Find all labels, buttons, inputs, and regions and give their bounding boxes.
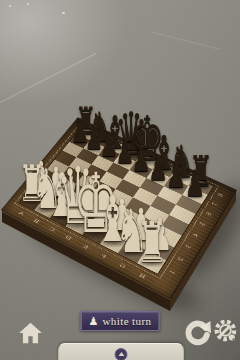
rank-label-7: 7 (204, 197, 224, 212)
gear-wrench-icon (217, 322, 235, 341)
undo-button[interactable] (183, 318, 211, 346)
piece-black-pawn-h7[interactable]: ♟ (185, 169, 205, 197)
background-scratch (151, 32, 219, 50)
background-scratch (0, 53, 96, 104)
rank-label-3: 3 (176, 238, 200, 255)
bottom-drawer-tab[interactable] (58, 343, 184, 360)
turn-indicator-badge: ♟ white turn (81, 311, 160, 331)
drawer-handle[interactable] (115, 348, 128, 360)
app-screen: ABCDEFGH12345678 ♜♞♟♝♟♛♟♚♟♝♟♞♟♜♟♟♟♟♜♟♞♟♝… (0, 0, 240, 360)
home-button[interactable] (17, 320, 44, 346)
settings-button[interactable] (212, 317, 240, 345)
rank-label-5: 5 (191, 216, 213, 232)
chevron-up-icon (118, 352, 124, 356)
turn-label: white turn (102, 315, 151, 327)
home-icon (19, 323, 42, 344)
background-speck (27, 3, 29, 5)
piece-white-rook-h1[interactable]: ♜ (136, 221, 167, 265)
piece-black-pawn-g7[interactable]: ♟ (166, 161, 186, 189)
background-speck (9, 5, 11, 7)
rank-label-8: 8 (211, 188, 230, 202)
white-pawn-icon: ♟ (89, 316, 99, 327)
background-speck (62, 12, 65, 14)
rank-label-6: 6 (198, 206, 219, 221)
rank-label-4: 4 (184, 227, 207, 244)
